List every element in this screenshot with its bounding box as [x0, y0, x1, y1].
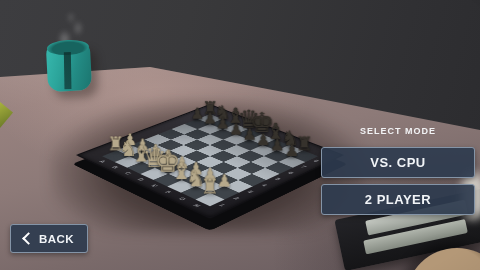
back-button[interactable]: BACK [10, 224, 88, 253]
back-label: BACK [39, 233, 74, 245]
piece-white-rook: ♜ [196, 172, 224, 199]
game-screen: { "game": { "name": "chess", "mode_scree… [0, 0, 480, 270]
file-label-c: C [119, 169, 137, 177]
board-grid: ♜♞♝♛♚♝♞♜♟♟♟♟♟♟♟♟♟♟♟♟♟♟♟♟♜♞♝♛♚♝♞♜ [102, 114, 317, 206]
square-h7: ♟ [278, 156, 305, 168]
select-mode-label: SELECT MODE [321, 126, 475, 136]
teal-mug [46, 43, 92, 92]
chevron-left-icon [22, 232, 35, 245]
piece-black-pawn: ♟ [279, 140, 305, 162]
two-player-button[interactable]: 2 PLAYER [321, 184, 475, 215]
square-h1: ♜ [195, 193, 224, 206]
mug-stripe [64, 52, 72, 89]
vs-cpu-button[interactable]: VS. CPU [321, 147, 475, 178]
